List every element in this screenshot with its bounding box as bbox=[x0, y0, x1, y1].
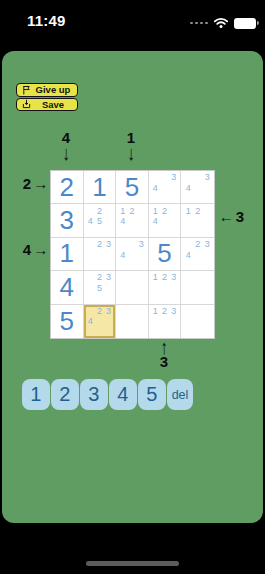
clue-left-row3: 4 → bbox=[22, 242, 49, 257]
cell-r1c3[interactable]: 5 bbox=[116, 171, 149, 204]
cell-r4c5[interactable] bbox=[181, 271, 214, 304]
pencil-mark: 3 bbox=[169, 172, 178, 183]
cell-value: 1 bbox=[51, 238, 83, 270]
cell-r1c1[interactable]: 2 bbox=[51, 171, 84, 204]
arrow-right-icon: → bbox=[33, 176, 48, 191]
pencil-mark: 1 bbox=[151, 306, 160, 317]
clue-value: 2 bbox=[23, 176, 31, 191]
pencil-mark: 2 bbox=[95, 272, 104, 283]
pencil-mark: 5 bbox=[95, 283, 104, 294]
pencil-mark: 3 bbox=[169, 272, 178, 283]
cell-r4c4[interactable]: 123 bbox=[149, 271, 182, 304]
cell-r5c1[interactable]: 5 bbox=[51, 305, 84, 338]
clue-bottom-col4: ↑ 3 bbox=[154, 339, 174, 369]
numpad-4-button[interactable]: 4 bbox=[109, 379, 137, 410]
arrow-left-icon: ← bbox=[219, 209, 234, 224]
clue-top-col1: 4 ↓ bbox=[56, 130, 76, 160]
cell-r3c5[interactable]: 234 bbox=[181, 238, 214, 271]
cell-r5c5[interactable] bbox=[181, 305, 214, 338]
cell-value: 3 bbox=[51, 204, 83, 236]
clue-right-row2: ← 3 bbox=[218, 209, 245, 224]
cell-r2c3[interactable]: 124 bbox=[116, 204, 149, 237]
cell-r4c1[interactable]: 4 bbox=[51, 271, 84, 304]
cell-r3c1[interactable]: 1 bbox=[51, 238, 84, 271]
arrow-down-icon: ↓ bbox=[127, 142, 135, 162]
pencil-mark: 3 bbox=[104, 306, 113, 317]
pencil-mark: 2 bbox=[95, 306, 104, 317]
cell-r5c4[interactable]: 123 bbox=[149, 305, 182, 338]
pencil-mark: 1 bbox=[151, 205, 160, 216]
clue-left-row1: 2 → bbox=[22, 176, 49, 191]
cell-r2c5[interactable]: 12 bbox=[181, 204, 214, 237]
wifi-icon bbox=[213, 14, 229, 32]
pencil-mark: 3 bbox=[137, 239, 146, 250]
cell-value: 5 bbox=[149, 238, 181, 270]
cell-r5c2[interactable]: 234 bbox=[84, 305, 117, 338]
pencil-mark: 4 bbox=[151, 216, 160, 227]
save-label: Save bbox=[33, 100, 73, 110]
board: 2153434324512412412123345234423512352341… bbox=[50, 170, 215, 339]
cell-r2c1[interactable]: 3 bbox=[51, 204, 84, 237]
numpad: 1 2 3 4 5 del bbox=[22, 379, 193, 410]
cell-r3c4[interactable]: 5 bbox=[149, 238, 182, 271]
pencil-mark: 2 bbox=[160, 272, 169, 283]
cell-r2c2[interactable]: 245 bbox=[84, 204, 117, 237]
cell-value: 5 bbox=[51, 305, 83, 338]
save-button[interactable]: Save bbox=[16, 98, 78, 112]
pencil-mark: 2 bbox=[127, 205, 136, 216]
cell-r1c5[interactable]: 34 bbox=[181, 171, 214, 204]
battery-icon bbox=[234, 18, 256, 29]
arrow-up-icon: ↑ bbox=[160, 336, 168, 356]
cellular-signal-icon bbox=[190, 22, 208, 25]
cell-r2c4[interactable]: 124 bbox=[149, 204, 182, 237]
cell-value: 1 bbox=[84, 171, 116, 203]
numpad-del-button[interactable]: del bbox=[167, 379, 193, 410]
cell-value: 2 bbox=[51, 171, 83, 203]
pencil-mark: 4 bbox=[183, 249, 193, 260]
pencil-mark: 5 bbox=[95, 216, 104, 227]
pencil-mark: 4 bbox=[151, 183, 160, 194]
app-surface: Give up Save 4 ↓ 1 ↓ 2 → 4 → ← 3 ↑ 3 215… bbox=[2, 51, 263, 523]
pencil-mark: 4 bbox=[118, 249, 127, 260]
pencil-mark: 4 bbox=[183, 183, 193, 194]
status-bar: 11:49 bbox=[0, 0, 265, 51]
pencil-mark: 3 bbox=[104, 272, 113, 283]
pencil-mark: 2 bbox=[95, 205, 104, 216]
arrow-right-icon: → bbox=[33, 242, 48, 257]
pencil-mark: 2 bbox=[95, 239, 104, 250]
numpad-1-button[interactable]: 1 bbox=[22, 379, 50, 410]
pencil-mark: 4 bbox=[86, 216, 95, 227]
clue-value: 4 bbox=[23, 242, 31, 257]
cell-r3c2[interactable]: 23 bbox=[84, 238, 117, 271]
pencil-mark: 3 bbox=[169, 306, 178, 317]
home-indicator[interactable] bbox=[86, 561, 179, 566]
pencil-mark: 2 bbox=[160, 306, 169, 317]
pencil-mark: 3 bbox=[202, 172, 212, 183]
pencil-mark: 1 bbox=[151, 272, 160, 283]
cell-r1c4[interactable]: 34 bbox=[149, 171, 182, 204]
pencil-mark: 4 bbox=[86, 316, 95, 327]
numpad-2-button[interactable]: 2 bbox=[51, 379, 79, 410]
clue-top-col3: 1 ↓ bbox=[121, 130, 141, 160]
cell-value: 5 bbox=[116, 171, 148, 203]
pencil-mark: 2 bbox=[193, 205, 203, 216]
pencil-mark: 2 bbox=[193, 239, 203, 250]
arrow-down-icon: ↓ bbox=[62, 142, 70, 162]
clock: 11:49 bbox=[27, 12, 66, 29]
clue-value: 3 bbox=[236, 209, 244, 224]
give-up-label: Give up bbox=[33, 85, 73, 95]
pencil-mark: 3 bbox=[202, 239, 212, 250]
cell-r4c2[interactable]: 235 bbox=[84, 271, 117, 304]
numpad-5-button[interactable]: 5 bbox=[138, 379, 166, 410]
numpad-3-button[interactable]: 3 bbox=[80, 379, 108, 410]
pencil-mark: 2 bbox=[160, 205, 169, 216]
cell-r1c2[interactable]: 1 bbox=[84, 171, 117, 204]
pencil-mark: 1 bbox=[118, 205, 127, 216]
cell-r5c3[interactable] bbox=[116, 305, 149, 338]
pencil-mark: 1 bbox=[183, 205, 193, 216]
pencil-mark: 3 bbox=[104, 239, 113, 250]
save-icon bbox=[22, 95, 31, 113]
pencil-mark: 4 bbox=[118, 216, 127, 227]
cell-r3c3[interactable]: 34 bbox=[116, 238, 149, 271]
cell-value: 4 bbox=[51, 271, 83, 303]
cell-r4c3[interactable] bbox=[116, 271, 149, 304]
